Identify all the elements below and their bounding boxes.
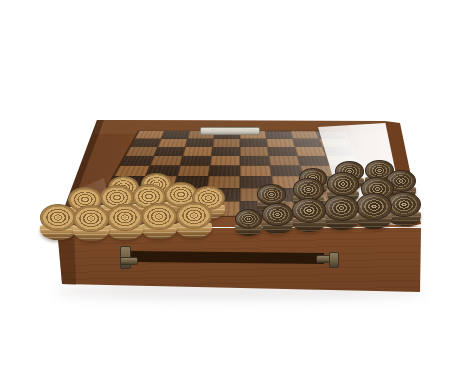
pieces-layer bbox=[0, 0, 468, 382]
piece-top bbox=[292, 198, 326, 223]
piece-top bbox=[327, 172, 359, 196]
dark-checker-piece[interactable] bbox=[356, 193, 392, 229]
piece-top bbox=[235, 209, 262, 229]
piece-top bbox=[387, 192, 421, 217]
piece-top bbox=[356, 193, 392, 220]
piece-top bbox=[107, 204, 143, 231]
light-checker-piece[interactable] bbox=[141, 203, 177, 239]
piece-top bbox=[176, 202, 212, 229]
light-checker-piece[interactable] bbox=[73, 205, 109, 241]
dark-checker-piece[interactable] bbox=[387, 192, 421, 226]
dark-checker-piece[interactable] bbox=[235, 209, 262, 236]
photo-scene bbox=[0, 0, 468, 382]
piece-top bbox=[262, 203, 293, 226]
light-checker-piece[interactable] bbox=[176, 202, 212, 238]
piece-top bbox=[40, 204, 76, 231]
piece-top bbox=[73, 205, 109, 232]
light-checker-piece[interactable] bbox=[40, 204, 76, 240]
light-checker-piece[interactable] bbox=[107, 204, 143, 240]
dark-checker-piece[interactable] bbox=[262, 203, 293, 234]
dark-checker-piece[interactable] bbox=[324, 195, 359, 230]
piece-top bbox=[141, 203, 177, 230]
piece-top bbox=[324, 195, 359, 221]
dark-checker-piece[interactable] bbox=[292, 198, 326, 232]
